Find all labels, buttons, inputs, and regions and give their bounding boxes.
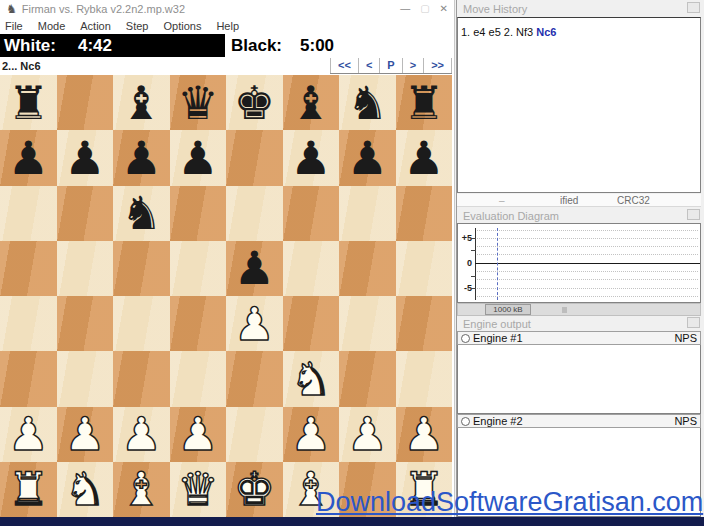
eval-gridline (477, 246, 698, 247)
square-h5[interactable] (396, 241, 453, 296)
square-f5[interactable] (283, 241, 340, 296)
engine1-radio-icon[interactable] (461, 334, 470, 343)
black-knight: ♞ (121, 190, 162, 236)
background-scrollbar-thumb[interactable]: 1000 kB (485, 304, 531, 315)
square-a7[interactable]: ♟ (0, 130, 57, 185)
square-b4[interactable] (57, 296, 114, 351)
titlebar[interactable]: ♞ Firman vs. Rybka v2.2n2.mp.w32 — ▢ ✕ (0, 0, 454, 17)
board-window: ♞ Firman vs. Rybka v2.2n2.mp.w32 — ▢ ✕ F… (0, 0, 455, 517)
engine1-nps-label: NPS (674, 332, 697, 344)
black-rook: ♜ (8, 80, 49, 126)
background-window-col-modified: ified (560, 195, 578, 206)
white-pawn: ♟ (121, 411, 162, 457)
eval-tick (471, 276, 476, 277)
move-history-list[interactable]: 1. e4 e5 2. Nf3 Nc6 (457, 17, 701, 193)
background-scrollbar-tick (562, 307, 567, 313)
move-history-title: Move History (463, 3, 527, 15)
black-rook: ♜ (403, 80, 444, 126)
square-b7[interactable]: ♟ (57, 130, 114, 185)
eval-label-plus5: +5 (458, 233, 472, 243)
nav-pause-button[interactable]: P (380, 58, 402, 73)
eval-gridline (477, 279, 698, 280)
last-move-highlight[interactable]: Nc6 (536, 26, 556, 38)
nav-last-button[interactable]: >> (424, 58, 452, 73)
square-f3[interactable]: ♞ (283, 351, 340, 406)
square-f8[interactable]: ♝ (283, 75, 340, 130)
white-pawn: ♟ (64, 411, 105, 457)
menu-file[interactable]: File (5, 20, 23, 32)
white-clock-label: White: (4, 36, 56, 56)
nav-buttons: << < P > >> (330, 58, 452, 74)
moves-prefix: 1. e4 e5 2. Nf3 (461, 26, 536, 38)
white-knight: ♞ (64, 466, 105, 512)
black-king: ♚ (234, 80, 275, 126)
white-pawn: ♟ (234, 301, 275, 347)
square-e7[interactable] (226, 130, 283, 185)
evaluation-panel-button[interactable] (687, 209, 700, 220)
square-e8[interactable]: ♚ (226, 75, 283, 130)
square-h7[interactable]: ♟ (396, 130, 453, 185)
square-f6[interactable] (283, 186, 340, 241)
eval-tick (471, 250, 476, 251)
square-d8[interactable]: ♛ (170, 75, 227, 130)
square-e5[interactable]: ♟ (226, 241, 283, 296)
black-pawn: ♟ (347, 135, 388, 181)
maximize-icon: ▢ (420, 4, 429, 14)
square-c3[interactable] (113, 351, 170, 406)
right-panel: Move History 1. e4 e5 2. Nf3 Nc6 – ified… (456, 0, 704, 517)
white-pawn: ♟ (290, 411, 331, 457)
black-pawn: ♟ (8, 135, 49, 181)
square-h4[interactable] (396, 296, 453, 351)
square-c5[interactable] (113, 241, 170, 296)
white-pawn: ♟ (8, 411, 49, 457)
square-a2[interactable]: ♟ (0, 407, 57, 462)
square-e4[interactable]: ♟ (226, 296, 283, 351)
square-d1[interactable]: ♛ (170, 462, 227, 517)
eval-gridline (477, 230, 698, 231)
square-b8[interactable] (57, 75, 114, 130)
black-bishop: ♝ (290, 80, 331, 126)
square-d7[interactable]: ♟ (170, 130, 227, 185)
menu-mode[interactable]: Mode (38, 20, 66, 32)
close-icon[interactable]: ✕ (440, 4, 448, 14)
eval-gridline (477, 271, 698, 272)
nav-back-button[interactable]: < (359, 58, 380, 73)
eval-label-minus5: -5 (458, 283, 472, 293)
square-e6[interactable] (226, 186, 283, 241)
background-scrollbar[interactable]: 1000 kB (457, 303, 701, 316)
black-knight: ♞ (347, 80, 388, 126)
black-pawn: ♟ (64, 135, 105, 181)
white-queen: ♛ (177, 466, 218, 512)
square-b1[interactable]: ♞ (57, 462, 114, 517)
square-a3[interactable] (0, 351, 57, 406)
clock-row: White: 4:42 Black: 5:00 (0, 34, 454, 57)
black-bishop: ♝ (121, 80, 162, 126)
square-c6[interactable]: ♞ (113, 186, 170, 241)
app-icon: ♞ (6, 3, 17, 15)
menu-help[interactable]: Help (216, 20, 239, 32)
square-a8[interactable]: ♜ (0, 75, 57, 130)
black-clock: Black: 5:00 (225, 34, 334, 57)
eval-gridline (477, 296, 698, 297)
square-c8[interactable]: ♝ (113, 75, 170, 130)
menu-options[interactable]: Options (163, 20, 201, 32)
square-g6[interactable] (339, 186, 396, 241)
square-b5[interactable] (57, 241, 114, 296)
square-e3[interactable] (226, 351, 283, 406)
square-a4[interactable] (0, 296, 57, 351)
square-d6[interactable] (170, 186, 227, 241)
square-h6[interactable] (396, 186, 453, 241)
white-bishop: ♝ (121, 466, 162, 512)
menu-action[interactable]: Action (80, 20, 111, 32)
square-g4[interactable] (339, 296, 396, 351)
white-pawn: ♟ (347, 411, 388, 457)
square-g3[interactable] (339, 351, 396, 406)
engine2-nps-label: NPS (674, 415, 697, 427)
square-d2[interactable]: ♟ (170, 407, 227, 462)
evaluation-diagram-title: Evaluation Diagram (463, 210, 559, 222)
square-h2[interactable]: ♟ (396, 407, 453, 462)
engine2-name: Engine #2 (473, 415, 674, 427)
engine1-header: Engine #1 NPS (457, 331, 701, 345)
eval-gridline (477, 254, 698, 255)
menu-step[interactable]: Step (126, 20, 149, 32)
eval-move-cursor (497, 228, 498, 300)
square-h3[interactable] (396, 351, 453, 406)
white-pawn: ♟ (177, 411, 218, 457)
black-queen: ♛ (177, 80, 218, 126)
engine2-radio-icon[interactable] (461, 417, 470, 426)
black-clock-label: Black: (231, 36, 282, 56)
square-b3[interactable] (57, 351, 114, 406)
square-d3[interactable] (170, 351, 227, 406)
background-window-col-crc32: CRC32 (617, 195, 650, 206)
white-clock-time: 4:42 (78, 36, 112, 56)
square-g8[interactable]: ♞ (339, 75, 396, 130)
move-history-panel-button[interactable] (687, 2, 700, 13)
white-rook: ♜ (8, 466, 49, 512)
square-b6[interactable] (57, 186, 114, 241)
square-f2[interactable]: ♟ (283, 407, 340, 462)
nav-first-button[interactable]: << (330, 58, 359, 73)
eval-tick (471, 238, 476, 239)
engine-output-title: Engine output (463, 318, 531, 330)
black-pawn: ♟ (290, 135, 331, 181)
eval-label-zero: 0 (458, 258, 472, 268)
black-clock-time: 5:00 (300, 36, 334, 56)
square-e1[interactable]: ♚ (226, 462, 283, 517)
square-a6[interactable] (0, 186, 57, 241)
square-h8[interactable]: ♜ (396, 75, 453, 130)
square-g5[interactable] (339, 241, 396, 296)
bottom-bar (0, 517, 704, 526)
eval-gridline (477, 288, 698, 289)
background-window-dash: – (499, 195, 505, 206)
black-pawn: ♟ (403, 135, 444, 181)
engine1-output-area[interactable] (457, 345, 701, 414)
evaluation-diagram: +5 0 -5 (457, 223, 701, 303)
eval-tick (471, 288, 476, 289)
square-e2[interactable] (226, 407, 283, 462)
black-pawn: ♟ (234, 245, 275, 291)
move-history-moves: 1. e4 e5 2. Nf3 Nc6 (461, 26, 556, 38)
window-title: Firman vs. Rybka v2.2n2.mp.w32 (22, 3, 390, 15)
white-knight: ♞ (290, 356, 331, 402)
square-g7[interactable]: ♟ (339, 130, 396, 185)
square-d5[interactable] (170, 241, 227, 296)
nav-forward-button[interactable]: > (403, 58, 424, 73)
eval-zero-line (475, 263, 700, 264)
black-pawn: ♟ (121, 135, 162, 181)
white-king: ♚ (234, 466, 275, 512)
square-c2[interactable]: ♟ (113, 407, 170, 462)
app-root: ♞ Firman vs. Rybka v2.2n2.mp.w32 — ▢ ✕ F… (0, 0, 704, 526)
white-pawn: ♟ (403, 411, 444, 457)
white-clock: White: 4:42 (0, 34, 225, 57)
square-d4[interactable] (170, 296, 227, 351)
nav-row: 2... Nc6 << < P > >> (0, 57, 454, 75)
square-c4[interactable] (113, 296, 170, 351)
square-g2[interactable]: ♟ (339, 407, 396, 462)
square-f7[interactable]: ♟ (283, 130, 340, 185)
eval-gridline (477, 238, 698, 239)
chess-board: ♜♝♛♚♝♞♜♟♟♟♟♟♟♟♞♟♟♞♟♟♟♟♟♟♟♜♞♝♛♚♝♜ (0, 75, 452, 517)
square-c1[interactable]: ♝ (113, 462, 170, 517)
minimize-icon[interactable]: — (400, 4, 410, 14)
menubar: File Mode Action Step Options Help (0, 17, 454, 34)
move-indicator: 2... Nc6 (2, 60, 41, 72)
square-f4[interactable] (283, 296, 340, 351)
engine-output-panel-button[interactable] (687, 317, 700, 328)
square-a1[interactable]: ♜ (0, 462, 57, 517)
background-window-strip: – ified CRC32 (457, 194, 701, 207)
square-b2[interactable]: ♟ (57, 407, 114, 462)
engine2-header: Engine #2 NPS (457, 414, 701, 428)
watermark: DownloadSoftwareGratisan.com (316, 487, 703, 518)
square-a5[interactable] (0, 241, 57, 296)
square-c7[interactable]: ♟ (113, 130, 170, 185)
engine1-name: Engine #1 (473, 332, 674, 344)
black-pawn: ♟ (177, 135, 218, 181)
